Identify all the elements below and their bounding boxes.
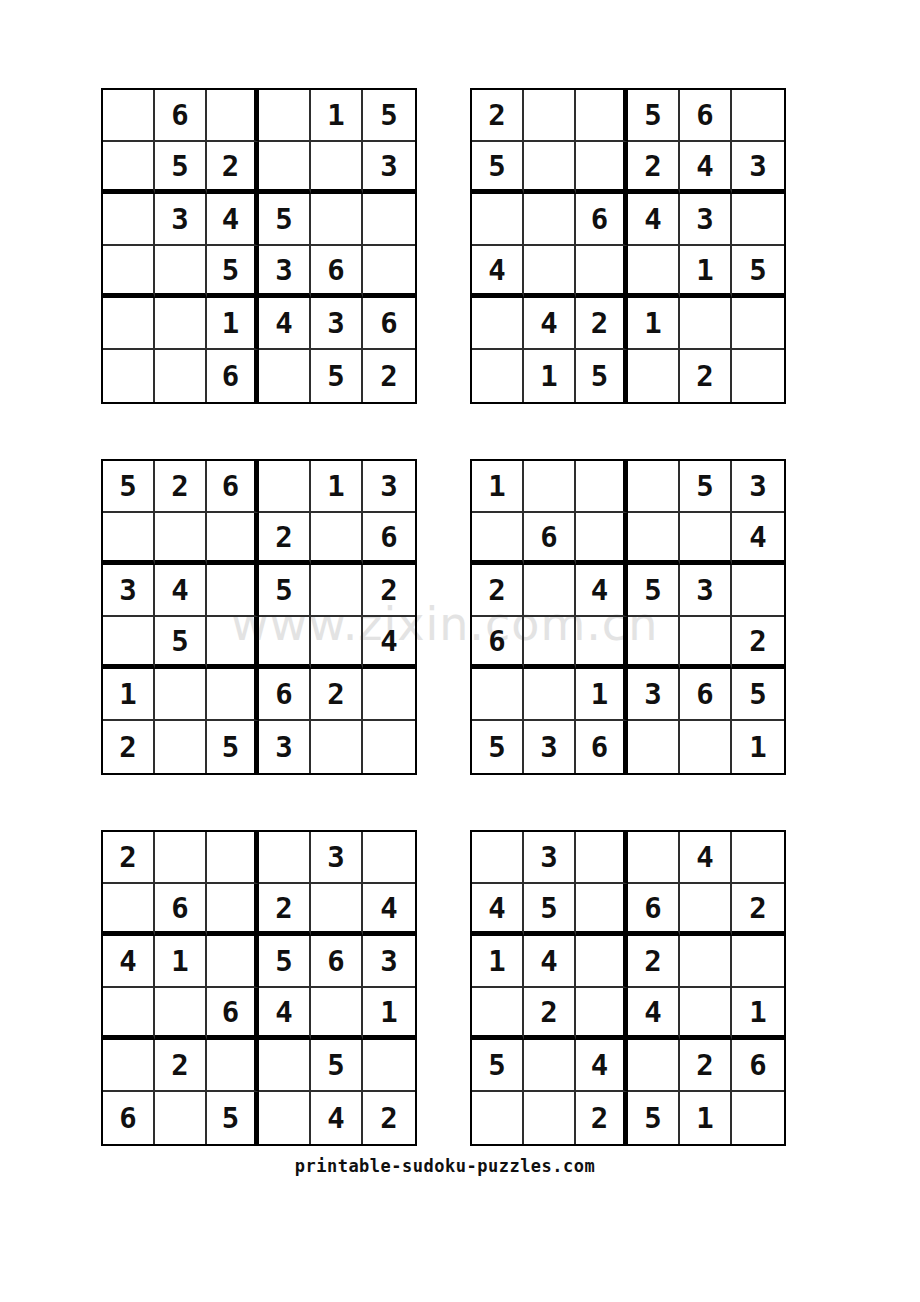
cell-r3c2 — [524, 194, 576, 246]
cell-r1c1 — [472, 832, 524, 884]
cell-r5c4 — [259, 1040, 311, 1092]
cell-r2c3: 2 — [207, 142, 259, 194]
cell-r3c2: 3 — [155, 194, 207, 246]
cell-r4c6: 2 — [732, 617, 784, 669]
cell-r3c4: 5 — [259, 194, 311, 246]
cell-r3c5 — [311, 194, 363, 246]
cell-r2c3 — [576, 513, 628, 565]
cell-r5c2 — [524, 669, 576, 721]
cell-r6c4 — [628, 721, 680, 773]
cell-r4c2 — [155, 988, 207, 1040]
cell-r4c4: 4 — [628, 988, 680, 1040]
cell-r6c3: 5 — [207, 1092, 259, 1144]
cell-r1c4 — [259, 832, 311, 884]
cell-r6c2: 3 — [524, 721, 576, 773]
cell-r4c1 — [103, 988, 155, 1040]
cell-r5c2 — [524, 1040, 576, 1092]
cell-r4c6: 5 — [732, 246, 784, 298]
cell-r2c2 — [524, 142, 576, 194]
cell-r4c3 — [576, 246, 628, 298]
cell-r4c5 — [311, 617, 363, 669]
cell-r3c1 — [103, 194, 155, 246]
cell-r6c4: 3 — [259, 721, 311, 773]
cell-r4c4 — [628, 617, 680, 669]
cell-r2c1: 4 — [472, 884, 524, 936]
cell-r2c4: 2 — [259, 513, 311, 565]
cell-r1c2: 2 — [155, 461, 207, 513]
cell-r1c3: 6 — [207, 461, 259, 513]
cell-r6c1: 5 — [472, 721, 524, 773]
cell-r3c2: 1 — [155, 936, 207, 988]
cell-r1c1 — [103, 90, 155, 142]
cell-r5c4 — [628, 1040, 680, 1092]
cell-r5c6: 6 — [363, 298, 415, 350]
sudoku-board-5: 2362441563641256542 — [101, 830, 417, 1146]
cell-r5c6: 5 — [732, 669, 784, 721]
cell-r1c3 — [576, 90, 628, 142]
cell-r2c3 — [576, 884, 628, 936]
cell-r2c3 — [576, 142, 628, 194]
cell-r3c3: 6 — [576, 194, 628, 246]
cell-r3c3 — [207, 936, 259, 988]
cell-r2c4: 2 — [259, 884, 311, 936]
cell-r1c6: 5 — [363, 90, 415, 142]
cell-r1c4 — [259, 90, 311, 142]
cell-r5c1: 5 — [472, 1040, 524, 1092]
site-url-text: printable-sudoku-puzzles.com — [0, 1156, 890, 1176]
cell-r3c4: 2 — [628, 936, 680, 988]
cell-r5c6 — [363, 669, 415, 721]
cell-r6c5 — [311, 721, 363, 773]
cell-r2c4: 2 — [628, 142, 680, 194]
cell-r6c6 — [732, 1092, 784, 1144]
cell-r5c1 — [472, 669, 524, 721]
cell-r6c2 — [155, 350, 207, 402]
cell-r4c2 — [155, 246, 207, 298]
cell-r2c5 — [311, 884, 363, 936]
cell-r2c5 — [311, 513, 363, 565]
cell-r1c6 — [732, 90, 784, 142]
cell-r4c1 — [472, 988, 524, 1040]
cell-r2c5: 4 — [680, 142, 732, 194]
cell-r2c2: 5 — [155, 142, 207, 194]
cell-r2c4: 6 — [628, 884, 680, 936]
cell-r6c6: 1 — [732, 721, 784, 773]
cell-r5c3 — [207, 1040, 259, 1092]
cell-r3c4: 4 — [628, 194, 680, 246]
cell-r1c2: 3 — [524, 832, 576, 884]
cell-r3c2 — [524, 565, 576, 617]
cell-r3c4: 5 — [259, 936, 311, 988]
cell-r4c3: 6 — [207, 988, 259, 1040]
cell-r3c6 — [363, 194, 415, 246]
cell-r4c2 — [524, 617, 576, 669]
cell-r6c4 — [259, 350, 311, 402]
cell-r6c4 — [259, 1092, 311, 1144]
cell-r1c4 — [628, 832, 680, 884]
cell-r6c1 — [472, 1092, 524, 1144]
cell-r1c2: 6 — [155, 90, 207, 142]
cell-r2c1 — [103, 142, 155, 194]
cell-r4c5: 1 — [680, 246, 732, 298]
cell-r6c5 — [680, 721, 732, 773]
printable-sudoku-sheet: www.zixin.com.cn 6155233455361436652 256… — [0, 0, 920, 1302]
cell-r3c1 — [472, 194, 524, 246]
cell-r3c3 — [207, 565, 259, 617]
cell-r3c2: 4 — [155, 565, 207, 617]
cell-r4c4 — [259, 617, 311, 669]
cell-r6c2 — [155, 1092, 207, 1144]
cell-r1c6: 3 — [732, 461, 784, 513]
cell-r2c4 — [628, 513, 680, 565]
cell-r1c2 — [524, 90, 576, 142]
cell-r4c6: 4 — [363, 617, 415, 669]
cell-r2c6: 4 — [363, 884, 415, 936]
cell-r3c4: 5 — [259, 565, 311, 617]
cell-r1c4 — [628, 461, 680, 513]
cell-r3c1: 1 — [472, 936, 524, 988]
cell-r5c3 — [207, 669, 259, 721]
cell-r3c3 — [576, 936, 628, 988]
cell-r5c1 — [472, 298, 524, 350]
cell-r2c6: 2 — [732, 884, 784, 936]
cell-r1c3 — [207, 90, 259, 142]
cell-r3c6 — [732, 194, 784, 246]
cell-r2c2: 5 — [524, 884, 576, 936]
cell-r3c1: 4 — [103, 936, 155, 988]
cell-r1c2 — [524, 461, 576, 513]
cell-r1c3 — [207, 832, 259, 884]
cell-r3c3: 4 — [207, 194, 259, 246]
cell-r1c2 — [155, 832, 207, 884]
cell-r4c5 — [680, 988, 732, 1040]
cell-r1c6 — [363, 832, 415, 884]
cell-r6c6: 2 — [363, 1092, 415, 1144]
cell-r5c1: 1 — [103, 669, 155, 721]
cell-r3c1: 3 — [103, 565, 155, 617]
cell-r4c2: 5 — [155, 617, 207, 669]
cell-r4c2: 2 — [524, 988, 576, 1040]
cell-r4c3 — [576, 988, 628, 1040]
cell-r1c1: 2 — [103, 832, 155, 884]
cell-r2c6: 3 — [363, 142, 415, 194]
cell-r4c5 — [311, 988, 363, 1040]
cell-r4c3 — [207, 617, 259, 669]
cell-r6c1 — [472, 350, 524, 402]
cell-r3c3: 4 — [576, 565, 628, 617]
cell-r2c5 — [680, 513, 732, 565]
cell-r6c2 — [524, 1092, 576, 1144]
cell-r2c5 — [311, 142, 363, 194]
cell-r1c4 — [259, 461, 311, 513]
cell-r5c1 — [103, 298, 155, 350]
cell-r2c6: 4 — [732, 513, 784, 565]
cell-r5c3: 1 — [207, 298, 259, 350]
cell-r1c5: 1 — [311, 461, 363, 513]
cell-r5c4: 6 — [259, 669, 311, 721]
cell-r1c3 — [576, 461, 628, 513]
cell-r6c6 — [363, 721, 415, 773]
cell-r4c4: 4 — [259, 988, 311, 1040]
cell-r1c6 — [732, 832, 784, 884]
cell-r3c5 — [680, 936, 732, 988]
cell-r3c5: 3 — [680, 565, 732, 617]
cell-r3c5: 6 — [311, 936, 363, 988]
cell-r4c6: 1 — [363, 988, 415, 1040]
cell-r5c4: 3 — [628, 669, 680, 721]
cell-r5c2: 4 — [524, 298, 576, 350]
cell-r5c5: 6 — [680, 669, 732, 721]
cell-r5c5: 5 — [311, 1040, 363, 1092]
cell-r2c6: 3 — [732, 142, 784, 194]
cell-r5c2 — [155, 669, 207, 721]
cell-r4c4: 3 — [259, 246, 311, 298]
sudoku-board-1: 6155233455361436652 — [101, 88, 417, 404]
sudoku-board-2: 2565243643415421152 — [470, 88, 786, 404]
cell-r1c5: 4 — [680, 832, 732, 884]
cell-r3c6: 3 — [363, 936, 415, 988]
cell-r4c3 — [576, 617, 628, 669]
cell-r5c2: 2 — [155, 1040, 207, 1092]
cell-r6c5: 4 — [311, 1092, 363, 1144]
cell-r1c5: 1 — [311, 90, 363, 142]
cell-r4c6: 1 — [732, 988, 784, 1040]
cell-r6c2 — [155, 721, 207, 773]
cell-r2c1 — [472, 513, 524, 565]
cell-r6c3: 6 — [576, 721, 628, 773]
cell-r6c4: 5 — [628, 1092, 680, 1144]
cell-r3c5: 3 — [680, 194, 732, 246]
cell-r1c5: 3 — [311, 832, 363, 884]
cell-r5c3: 1 — [576, 669, 628, 721]
cell-r3c6: 2 — [363, 565, 415, 617]
cell-r5c4: 4 — [259, 298, 311, 350]
cell-r6c6 — [732, 350, 784, 402]
cell-r5c6: 6 — [732, 1040, 784, 1092]
cell-r6c3: 2 — [576, 1092, 628, 1144]
cell-r5c3: 4 — [576, 1040, 628, 1092]
cell-r2c2: 6 — [524, 513, 576, 565]
cell-r4c5: 6 — [311, 246, 363, 298]
cell-r2c1 — [103, 513, 155, 565]
cell-r1c5: 5 — [680, 461, 732, 513]
cell-r5c5: 3 — [311, 298, 363, 350]
cell-r1c1: 5 — [103, 461, 155, 513]
cell-r2c6: 6 — [363, 513, 415, 565]
cell-r1c4: 5 — [628, 90, 680, 142]
sudoku-board-6: 3445621422415426251 — [470, 830, 786, 1146]
cell-r2c2 — [155, 513, 207, 565]
cell-r5c3: 2 — [576, 298, 628, 350]
cell-r3c6 — [732, 936, 784, 988]
cell-r1c1: 2 — [472, 90, 524, 142]
cell-r5c5 — [680, 298, 732, 350]
cell-r2c1 — [103, 884, 155, 936]
cell-r5c6 — [732, 298, 784, 350]
cell-r4c1 — [103, 246, 155, 298]
cell-r2c3 — [207, 513, 259, 565]
cell-r3c1: 2 — [472, 565, 524, 617]
cell-r6c4 — [628, 350, 680, 402]
cell-r1c1: 1 — [472, 461, 524, 513]
cell-r4c3: 5 — [207, 246, 259, 298]
cell-r6c1 — [103, 350, 155, 402]
cell-r6c5: 1 — [680, 1092, 732, 1144]
cell-r6c1: 2 — [103, 721, 155, 773]
cell-r4c6 — [363, 246, 415, 298]
cell-r3c6 — [732, 565, 784, 617]
cell-r5c1 — [103, 1040, 155, 1092]
cell-r4c1 — [103, 617, 155, 669]
cell-r5c4: 1 — [628, 298, 680, 350]
sudoku-board-3: 5261326345254162253 — [101, 459, 417, 775]
cell-r5c6 — [363, 1040, 415, 1092]
cell-r6c5: 2 — [680, 350, 732, 402]
cell-r5c5: 2 — [311, 669, 363, 721]
cell-r1c3 — [576, 832, 628, 884]
cell-r6c3: 5 — [576, 350, 628, 402]
cell-r3c4: 5 — [628, 565, 680, 617]
cell-r2c2: 6 — [155, 884, 207, 936]
cell-r6c3: 5 — [207, 721, 259, 773]
cell-r4c1: 6 — [472, 617, 524, 669]
cell-r2c5 — [680, 884, 732, 936]
cell-r2c1: 5 — [472, 142, 524, 194]
cell-r6c5: 5 — [311, 350, 363, 402]
cell-r6c1: 6 — [103, 1092, 155, 1144]
cell-r1c5: 6 — [680, 90, 732, 142]
cell-r3c5 — [311, 565, 363, 617]
cell-r2c3 — [207, 884, 259, 936]
cell-r6c2: 1 — [524, 350, 576, 402]
cell-r4c4 — [628, 246, 680, 298]
cell-r5c2 — [155, 298, 207, 350]
cell-r6c3: 6 — [207, 350, 259, 402]
sudoku-board-4: 1536424536213655361 — [470, 459, 786, 775]
cell-r1c6: 3 — [363, 461, 415, 513]
cell-r4c1: 4 — [472, 246, 524, 298]
cell-r3c2: 4 — [524, 936, 576, 988]
cell-r6c6: 2 — [363, 350, 415, 402]
cell-r4c5 — [680, 617, 732, 669]
cell-r2c4 — [259, 142, 311, 194]
cell-r4c2 — [524, 246, 576, 298]
cell-r5c5: 2 — [680, 1040, 732, 1092]
